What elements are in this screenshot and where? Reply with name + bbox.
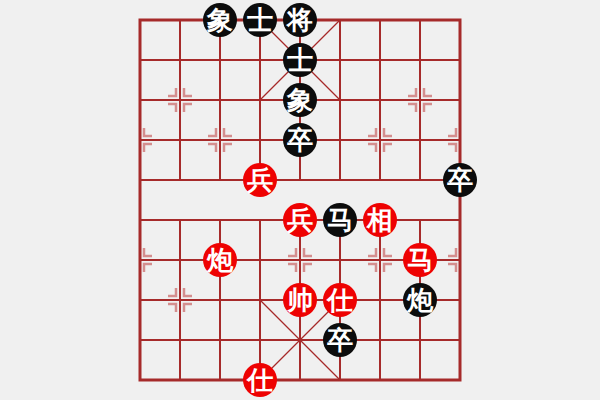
piece-red-soldier[interactable]: 兵 <box>283 203 317 237</box>
piece-black-elephant[interactable]: 象 <box>283 83 317 117</box>
piece-black-soldier[interactable]: 卒 <box>283 123 317 157</box>
piece-red-elephant[interactable]: 相 <box>363 203 397 237</box>
piece-black-cannon[interactable]: 炮 <box>403 283 437 317</box>
piece-red-advisor[interactable]: 仕 <box>323 283 357 317</box>
piece-black-soldier[interactable]: 卒 <box>443 163 477 197</box>
xiangqi-board[interactable]: 象士将士象卒兵卒兵马相炮马帅仕炮卒仕 <box>120 0 480 400</box>
piece-black-general[interactable]: 将 <box>283 3 317 37</box>
piece-red-soldier[interactable]: 兵 <box>243 163 277 197</box>
piece-red-general[interactable]: 帅 <box>283 283 317 317</box>
piece-black-elephant[interactable]: 象 <box>203 3 237 37</box>
piece-black-soldier[interactable]: 卒 <box>323 323 357 357</box>
piece-black-horse[interactable]: 马 <box>323 203 357 237</box>
piece-red-horse[interactable]: 马 <box>403 243 437 277</box>
piece-black-advisor[interactable]: 士 <box>243 3 277 37</box>
piece-black-advisor[interactable]: 士 <box>283 43 317 77</box>
piece-red-cannon[interactable]: 炮 <box>203 243 237 277</box>
piece-red-advisor[interactable]: 仕 <box>243 363 277 397</box>
xiangqi-app: 象士将士象卒兵卒兵马相炮马帅仕炮卒仕 <box>0 0 600 400</box>
